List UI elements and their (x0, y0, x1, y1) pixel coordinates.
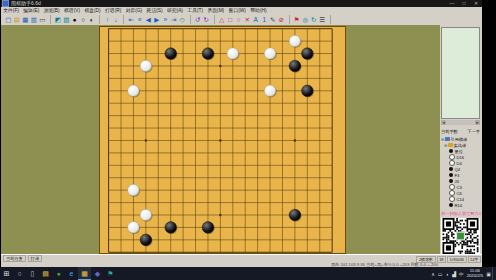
tree-item-label: C3 (457, 185, 462, 190)
place-black-icon[interactable]: ● (71, 15, 80, 24)
tree-item-label: 星位 (455, 149, 463, 154)
maximize-button[interactable]: □ (460, 0, 468, 7)
open-file-icon[interactable]: ▤ (13, 15, 22, 24)
delete-mark-icon[interactable]: ⊘ (277, 15, 286, 24)
black-stone-icon (449, 203, 453, 207)
tree-item-label: C14 (457, 197, 465, 202)
stone-black-Q16 (289, 60, 301, 72)
star-point (219, 139, 221, 141)
app-icon-indigo[interactable]: ◆ (91, 267, 104, 280)
notification-icon[interactable]: ▣ (485, 271, 492, 277)
battery-icon[interactable]: ▭ (437, 271, 444, 277)
star-point (219, 65, 221, 67)
stone-white-O14 (264, 85, 276, 97)
menu-item-3[interactable]: 棋谱(V) (62, 7, 82, 14)
window-title: 围棋助手6.6d (11, 0, 41, 7)
taskbar-clock[interactable]: 11:062020/2/5 (467, 269, 483, 278)
record-icon (448, 143, 453, 148)
search-icon[interactable]: ○ (13, 267, 26, 280)
move-down-icon[interactable]: ↓ (112, 15, 121, 24)
start-button[interactable]: ⊞ (0, 267, 13, 280)
tree-item-label: J3 (455, 179, 459, 184)
zoom-icon[interactable]: ◎ (301, 15, 310, 24)
stone-black-F17 (165, 48, 177, 60)
stone-white-D16 (140, 60, 152, 72)
fast-back-icon[interactable]: « (136, 15, 145, 24)
stone-white-Q18 (289, 35, 301, 47)
menu-item-8[interactable]: 研究(A) (165, 7, 185, 14)
tree-item-label: D16 (457, 155, 465, 160)
go-board[interactable] (99, 26, 346, 254)
last-move-icon[interactable]: ⇥ (170, 15, 179, 24)
system-tray: ∧▭◖▟中11:062020/2/5 ▣ (430, 267, 495, 280)
tree-item-label: Q4 (455, 167, 461, 172)
prev-variation-icon[interactable]: ↺ (194, 15, 203, 24)
tray-date: 2020/2/5 (467, 274, 483, 279)
qr-code (441, 218, 480, 254)
stone-black-J3 (202, 222, 214, 234)
triangle-mark-icon[interactable]: △ (218, 15, 227, 24)
qr-ad-text: 扫一扫加入浙江智力运动网 (441, 210, 481, 217)
stone-black-D2 (140, 234, 152, 246)
prev-move-icon[interactable]: ◀ (144, 15, 153, 24)
toolbar-group: ↑↓ (103, 15, 124, 24)
print-icon[interactable]: ▭ (38, 15, 47, 24)
scroll-left-icon[interactable]: ◄ (441, 120, 446, 125)
show-desktop-button[interactable] (492, 267, 495, 280)
volume-icon[interactable]: ◖ (444, 271, 451, 277)
star-point (294, 139, 296, 141)
game-info-panel[interactable] (441, 27, 480, 119)
circle-mark-icon[interactable]: ○ (235, 15, 244, 24)
square-mark-icon[interactable]: □ (226, 15, 235, 24)
current-move-label[interactable]: 当前手数 (441, 129, 458, 134)
stone-black-F3 (165, 222, 177, 234)
save-file-icon[interactable]: ▦ (21, 15, 30, 24)
place-white-icon[interactable]: ○ (79, 15, 88, 24)
stone-white-C6 (128, 184, 140, 196)
tree-item-label: R14 (455, 203, 463, 208)
new-board-icon[interactable]: ◩ (54, 15, 63, 24)
status-cell-3: 14手 (468, 256, 481, 263)
toolbar-group: △□○✕A1✎⊘ (218, 15, 290, 24)
menu-item-10[interactable]: 界面(M) (205, 7, 226, 14)
letter-mark-icon[interactable]: A (252, 15, 261, 24)
white-stone-icon (449, 160, 455, 166)
star-point (145, 139, 147, 141)
variation-tree[interactable]: ⊟引用棋谱⊟实战谱星位D16D4Q4F3J3C3C6C14R14 (441, 136, 480, 209)
scroll-right-icon[interactable]: ► (475, 120, 480, 125)
close-button[interactable]: ✕ (472, 0, 480, 7)
flag-icon[interactable]: ⚑ (293, 15, 302, 24)
network-icon[interactable]: ▟ (451, 271, 458, 277)
alternate-color-icon[interactable]: ◐ (88, 15, 97, 24)
menu-item-6[interactable]: 对弈(G) (124, 7, 145, 14)
screen: 围棋助手6.6d — □ ✕ 文件(F)编辑(E)浏览(B)棋谱(V)棋盘(D)… (0, 0, 496, 280)
app-icon-blue[interactable]: e (65, 267, 78, 280)
menu-item-9[interactable]: 工具(T) (185, 7, 205, 14)
stone-white-C14 (128, 85, 140, 97)
menu-item-1[interactable]: 编辑(E) (21, 7, 41, 14)
sidebar: ◄ ► 当前手数 下一手 ⊟引用棋谱⊟实战谱星位D16D4Q4F3J3C3C6C… (440, 25, 482, 254)
black-stone-icon (449, 149, 453, 153)
stone-black-Q4 (289, 209, 301, 221)
settings-icon[interactable]: ☰ (318, 15, 327, 24)
app-icon (2, 0, 9, 7)
app-icon-teal[interactable]: ⚑ (104, 267, 117, 280)
windows-taskbar: ⊞○▯▤●e▦◆⚑ ∧▭◖▟中11:062020/2/5 ▣ (0, 267, 496, 280)
file-explorer-icon[interactable]: ▤ (39, 267, 52, 280)
next-move-label[interactable]: 下一手 (467, 129, 480, 134)
menu-item-12[interactable]: 帮助(H) (248, 7, 269, 14)
number-mark-icon[interactable]: 1 (260, 15, 269, 24)
app-icon-green[interactable]: ● (52, 267, 65, 280)
qr-code-image (441, 218, 480, 254)
toolbar-group: ⇤«◀▶»⇥◇ (127, 15, 191, 24)
tree-item-label: D4 (457, 161, 462, 166)
board-grid (100, 27, 345, 253)
hidden-icons-caret[interactable]: ∧ (430, 271, 437, 277)
status-cell-1: 18 (437, 256, 446, 263)
clear-board-icon[interactable]: ▨ (62, 15, 71, 24)
black-stone-icon (449, 167, 453, 171)
stone-white-C3 (128, 222, 140, 234)
pen-mark-icon[interactable]: ✎ (269, 15, 278, 24)
black-stone-icon (449, 173, 453, 177)
rotate-board-icon[interactable]: ↻ (310, 15, 319, 24)
next-variation-icon[interactable]: ↻ (202, 15, 211, 24)
tree-move-9[interactable]: R14 (441, 202, 480, 208)
stone-white-L17 (227, 48, 239, 60)
notebook-icon (445, 137, 450, 142)
status-cell-2: 1/35036 (447, 256, 466, 263)
stone-black-R14 (302, 85, 314, 97)
title-bar: 围棋助手6.6d — □ ✕ (1, 0, 482, 7)
toolbar-group: ◩▨●○◐ (54, 15, 101, 24)
fast-forward-icon[interactable]: » (161, 15, 170, 24)
black-stone-icon (449, 179, 453, 183)
tree-item-label: F3 (455, 173, 460, 178)
save-as-icon[interactable]: ▥ (30, 15, 39, 24)
stone-black-J17 (202, 48, 214, 60)
client-area: ◄ ► 当前手数 下一手 ⊟引用棋谱⊟实战谱星位D16D4Q4F3J3C3C6C… (1, 25, 482, 254)
move-up-icon[interactable]: ↑ (103, 15, 112, 24)
weiqi-app-icon[interactable]: ▦ (78, 267, 91, 280)
tree-item-label: 引用棋谱 (451, 137, 468, 142)
app-window: 围棋助手6.6d — □ ✕ 文件(F)编辑(E)浏览(B)棋谱(V)棋盘(D)… (1, 0, 482, 267)
menu-item-5[interactable]: 打谱(R) (103, 7, 124, 14)
first-move-icon[interactable]: ⇤ (127, 15, 136, 24)
menu-item-0[interactable]: 文件(F) (1, 7, 21, 14)
menu-item-4[interactable]: 棋盘(D) (82, 7, 103, 14)
status-row-1: 当前任务打谱 (1, 255, 482, 262)
ime-indicator[interactable]: 中 (458, 271, 465, 277)
minimize-button[interactable]: — (448, 0, 456, 7)
move-header: 当前手数 下一手 (441, 127, 480, 135)
toolbar-group: ↺↻ (194, 15, 215, 24)
stone-black-R17 (302, 48, 314, 60)
task-view-icon[interactable]: ▯ (26, 267, 39, 280)
toolbar-group: ▢▤▦▥▭ (4, 15, 51, 24)
star-point (219, 214, 221, 216)
menu-item-11[interactable]: 窗口(W) (226, 7, 248, 14)
toolbar-group: ⚑◎↻☰ (293, 15, 331, 24)
window-controls: — □ ✕ (448, 0, 480, 7)
menu-item-7[interactable]: 死活(S) (144, 7, 164, 14)
info-panel-scrollbar[interactable]: ◄ ► (441, 120, 480, 125)
white-stone-icon (449, 196, 455, 202)
menu-item-2[interactable]: 浏览(B) (41, 7, 61, 14)
tree-item-label: 实战谱 (454, 143, 467, 148)
status-pane-0: 当前任务 (3, 255, 26, 262)
status-bar: 当前任务打谱 2棋谱数181/3503614手 黑先 102.103 9.36 … (1, 254, 482, 268)
new-file-icon[interactable]: ▢ (4, 15, 13, 24)
tree-item-label: C6 (457, 191, 462, 196)
stone-white-D4 (140, 209, 152, 221)
status-pane-1: 打谱 (28, 255, 42, 262)
pass-move-icon[interactable]: ◇ (178, 15, 187, 24)
next-move-icon[interactable]: ▶ (153, 15, 162, 24)
stone-white-O17 (264, 48, 276, 60)
cross-mark-icon[interactable]: ✕ (243, 15, 252, 24)
